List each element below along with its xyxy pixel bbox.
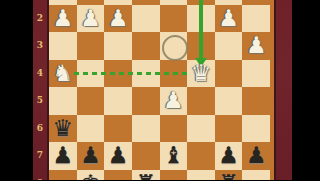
black-pawn-h7[interactable]: ♟: [49, 142, 77, 170]
board-square-e7[interactable]: [132, 142, 160, 170]
black-pawn-b7[interactable]: ♟: [215, 142, 243, 170]
black-rook-b8[interactable]: ♜: [215, 170, 243, 181]
board-square-g5[interactable]: [77, 87, 105, 115]
board-square-h5[interactable]: [49, 87, 77, 115]
chess-board-screenshot: 12345678 ♚♜♟♟♟♟♟♞♛♟♛♟♟♟♝♟♟♜♜♚: [0, 0, 320, 180]
rank-label-3: 3: [33, 32, 47, 60]
board-square-f3[interactable]: [104, 32, 132, 60]
board-square-c5[interactable]: [187, 87, 215, 115]
defense-dashed-line: [74, 72, 188, 75]
board-square-c7[interactable]: [187, 142, 215, 170]
board-square-e3[interactable]: [132, 32, 160, 60]
board-square-b5[interactable]: [215, 87, 243, 115]
rank-label-4: 4: [33, 60, 47, 88]
board-square-e2[interactable]: [132, 5, 160, 33]
board-square-d6[interactable]: [160, 115, 188, 143]
board-square-b6[interactable]: [215, 115, 243, 143]
black-pawn-g7[interactable]: ♟: [77, 142, 105, 170]
board-square-c6[interactable]: [187, 115, 215, 143]
board-square-d2[interactable]: [160, 5, 188, 33]
board-square-h3[interactable]: [49, 32, 77, 60]
white-pawn-h2[interactable]: ♟: [49, 5, 77, 33]
board-square-a6[interactable]: [242, 115, 270, 143]
move-arrow-line: [199, 0, 203, 58]
board-square-b4[interactable]: [215, 60, 243, 88]
board-square-f5[interactable]: [104, 87, 132, 115]
white-queen-c4[interactable]: ♛: [187, 60, 215, 88]
board-square-d8[interactable]: [160, 170, 188, 181]
board-square-f6[interactable]: [104, 115, 132, 143]
white-pawn-a3[interactable]: ♟: [242, 32, 270, 60]
board-square-h8[interactable]: [49, 170, 77, 181]
board-square-g6[interactable]: [77, 115, 105, 143]
board-square-e5[interactable]: [132, 87, 160, 115]
board-square-a2[interactable]: [242, 5, 270, 33]
board-square-g3[interactable]: [77, 32, 105, 60]
rank-label-7: 7: [33, 142, 47, 170]
white-pawn-b2[interactable]: ♟: [215, 5, 243, 33]
white-pawn-g2[interactable]: ♟: [77, 5, 105, 33]
board-square-b3[interactable]: [215, 32, 243, 60]
board-square-c8[interactable]: [187, 170, 215, 181]
rank-label-2: 2: [33, 5, 47, 33]
board-square-e6[interactable]: [132, 115, 160, 143]
white-pawn-d5[interactable]: ♟: [160, 87, 188, 115]
black-rook-e8[interactable]: ♜: [132, 170, 160, 181]
rank-label-5: 5: [33, 87, 47, 115]
black-bishop-d7[interactable]: ♝: [160, 142, 188, 170]
rank-label-6: 6: [33, 115, 47, 143]
board-square-a8[interactable]: [242, 170, 270, 181]
black-king-g8[interactable]: ♚: [77, 170, 105, 181]
highlight-circle: [162, 35, 188, 61]
black-pawn-a7[interactable]: ♟: [242, 142, 270, 170]
board-square-a5[interactable]: [242, 87, 270, 115]
board-square-a4[interactable]: [242, 60, 270, 88]
white-knight-h4[interactable]: ♞: [49, 60, 77, 88]
black-pawn-f7[interactable]: ♟: [104, 142, 132, 170]
white-pawn-f2[interactable]: ♟: [104, 5, 132, 33]
white-rook-c1[interactable]: ♜: [187, 0, 215, 5]
black-queen-h6[interactable]: ♛: [49, 115, 77, 143]
board-square-f8[interactable]: [104, 170, 132, 181]
rank-label-8: 8: [33, 170, 47, 181]
